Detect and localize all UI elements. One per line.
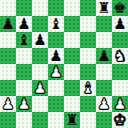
square-d1[interactable] [48, 112, 64, 128]
square-h3[interactable] [112, 80, 128, 96]
square-a5[interactable] [0, 48, 16, 64]
white-king[interactable]: ♚ [113, 112, 126, 128]
square-b6[interactable]: ♝ [16, 32, 32, 48]
square-f8[interactable] [80, 0, 96, 16]
white-knight[interactable]: ♞ [113, 48, 126, 64]
square-f6[interactable] [80, 32, 96, 48]
square-a6[interactable] [0, 32, 16, 48]
square-f7[interactable] [80, 16, 96, 32]
square-c2[interactable] [32, 96, 48, 112]
square-e5[interactable] [64, 48, 80, 64]
square-g3[interactable] [96, 80, 112, 96]
black-pawn[interactable]: ♟ [17, 16, 30, 32]
square-g7[interactable] [96, 16, 112, 32]
square-h5[interactable]: ♞ [112, 48, 128, 64]
white-pawn[interactable]: ♟ [113, 96, 126, 112]
square-a3[interactable] [0, 80, 16, 96]
square-b5[interactable] [16, 48, 32, 64]
square-h7[interactable]: ♟ [112, 16, 128, 32]
square-c6[interactable]: ♟ [32, 32, 48, 48]
square-d7[interactable]: ♝ [48, 16, 64, 32]
white-pawn[interactable]: ♟ [97, 96, 110, 112]
square-a7[interactable]: ♟ [0, 16, 16, 32]
square-f1[interactable] [80, 112, 96, 128]
square-g6[interactable] [96, 32, 112, 48]
white-bishop[interactable]: ♝ [81, 80, 94, 96]
black-pawn[interactable]: ♟ [1, 16, 14, 32]
square-g2[interactable]: ♟ [96, 96, 112, 112]
square-f4[interactable] [80, 64, 96, 80]
black-pawn[interactable]: ♟ [97, 48, 110, 64]
square-e3[interactable] [64, 80, 80, 96]
square-c4[interactable] [32, 64, 48, 80]
square-h2[interactable]: ♟ [112, 96, 128, 112]
chess-board: ♜♚♟♟♝♟♝♟♟♟♞♟♟♝♟♟♟♟♜♚ [0, 0, 128, 128]
white-pawn[interactable]: ♟ [33, 80, 46, 96]
square-c3[interactable]: ♟ [32, 80, 48, 96]
square-c5[interactable] [32, 48, 48, 64]
square-b8[interactable] [16, 0, 32, 16]
white-pawn[interactable]: ♟ [1, 96, 14, 112]
square-g1[interactable] [96, 112, 112, 128]
square-e6[interactable] [64, 32, 80, 48]
square-e4[interactable] [64, 64, 80, 80]
square-e2[interactable] [64, 96, 80, 112]
black-pawn[interactable]: ♟ [113, 16, 126, 32]
black-bishop[interactable]: ♝ [49, 16, 62, 32]
square-f2[interactable] [80, 96, 96, 112]
square-c7[interactable] [32, 16, 48, 32]
square-f3[interactable]: ♝ [80, 80, 96, 96]
white-pawn[interactable]: ♟ [17, 96, 30, 112]
square-a4[interactable] [0, 64, 16, 80]
square-b3[interactable] [16, 80, 32, 96]
square-a8[interactable] [0, 0, 16, 16]
square-d2[interactable] [48, 96, 64, 112]
square-d5[interactable]: ♟ [48, 48, 64, 64]
square-d4[interactable]: ♟ [48, 64, 64, 80]
square-a1[interactable] [0, 112, 16, 128]
square-e1[interactable]: ♜ [64, 112, 80, 128]
square-c8[interactable] [32, 0, 48, 16]
square-b1[interactable] [16, 112, 32, 128]
square-g8[interactable]: ♜ [96, 0, 112, 16]
white-pawn[interactable]: ♟ [49, 64, 62, 80]
square-h4[interactable] [112, 64, 128, 80]
black-rook[interactable]: ♜ [97, 0, 110, 16]
black-pawn[interactable]: ♟ [49, 48, 62, 64]
black-bishop[interactable]: ♝ [17, 32, 30, 48]
square-g4[interactable] [96, 64, 112, 80]
square-b7[interactable]: ♟ [16, 16, 32, 32]
square-b4[interactable] [16, 64, 32, 80]
square-h6[interactable] [112, 32, 128, 48]
black-pawn[interactable]: ♟ [33, 32, 46, 48]
square-g5[interactable]: ♟ [96, 48, 112, 64]
square-h8[interactable]: ♚ [112, 0, 128, 16]
square-e7[interactable] [64, 16, 80, 32]
square-d3[interactable] [48, 80, 64, 96]
square-d6[interactable] [48, 32, 64, 48]
square-d8[interactable] [48, 0, 64, 16]
black-rook[interactable]: ♜ [65, 112, 78, 128]
square-f5[interactable] [80, 48, 96, 64]
black-king[interactable]: ♚ [113, 0, 126, 16]
square-c1[interactable] [32, 112, 48, 128]
square-a2[interactable]: ♟ [0, 96, 16, 112]
square-b2[interactable]: ♟ [16, 96, 32, 112]
square-e8[interactable] [64, 0, 80, 16]
square-h1[interactable]: ♚ [112, 112, 128, 128]
